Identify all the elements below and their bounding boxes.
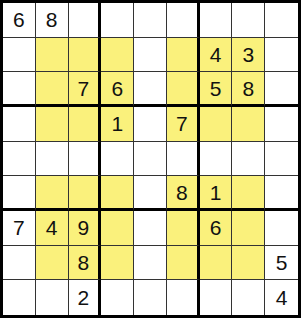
sudoku-cell-r6c4[interactable] (101, 176, 134, 211)
sudoku-cell-r5c7[interactable] (200, 142, 233, 177)
sudoku-cell-r3c2[interactable] (36, 72, 69, 107)
sudoku-cell-r9c7[interactable] (200, 280, 233, 315)
sudoku-cell-r3c6[interactable] (167, 72, 200, 107)
sudoku-cell-r1c3[interactable] (69, 3, 102, 38)
sudoku-cell-r4c6[interactable]: 7 (167, 107, 200, 142)
sudoku-cell-r6c8[interactable] (232, 176, 265, 211)
sudoku-cell-r3c9[interactable] (265, 72, 298, 107)
sudoku-cell-r4c1[interactable] (3, 107, 36, 142)
sudoku-cell-r9c5[interactable] (134, 280, 167, 315)
sudoku-cell-r4c8[interactable] (232, 107, 265, 142)
sudoku-cell-r6c7[interactable]: 1 (200, 176, 233, 211)
sudoku-cell-r6c6[interactable]: 8 (167, 176, 200, 211)
sudoku-cell-r1c2[interactable]: 8 (36, 3, 69, 38)
sudoku-cell-r7c3[interactable]: 9 (69, 211, 102, 246)
sudoku-cell-r2c5[interactable] (134, 38, 167, 73)
sudoku-cell-r1c5[interactable] (134, 3, 167, 38)
sudoku-cell-r9c3[interactable]: 2 (69, 280, 102, 315)
sudoku-cell-r8c2[interactable] (36, 246, 69, 281)
sudoku-cell-r5c4[interactable] (101, 142, 134, 177)
sudoku-cell-r4c4[interactable]: 1 (101, 107, 134, 142)
sudoku-cell-r1c4[interactable] (101, 3, 134, 38)
sudoku-cell-r9c8[interactable] (232, 280, 265, 315)
sudoku-cell-r3c8[interactable]: 8 (232, 72, 265, 107)
sudoku-cell-r9c1[interactable] (3, 280, 36, 315)
sudoku-cell-r5c8[interactable] (232, 142, 265, 177)
sudoku-cell-r2c9[interactable] (265, 38, 298, 73)
sudoku-cell-r1c8[interactable] (232, 3, 265, 38)
sudoku-cell-r2c4[interactable] (101, 38, 134, 73)
sudoku-cell-r5c5[interactable] (134, 142, 167, 177)
sudoku-cell-r6c5[interactable] (134, 176, 167, 211)
sudoku-cell-r8c8[interactable] (232, 246, 265, 281)
sudoku-cell-r3c3[interactable]: 7 (69, 72, 102, 107)
sudoku-cell-r9c6[interactable] (167, 280, 200, 315)
sudoku-cell-r3c1[interactable] (3, 72, 36, 107)
sudoku-cell-r4c7[interactable] (200, 107, 233, 142)
sudoku-cell-r7c2[interactable]: 4 (36, 211, 69, 246)
sudoku-cell-r9c4[interactable] (101, 280, 134, 315)
sudoku-cell-r7c6[interactable] (167, 211, 200, 246)
sudoku-cell-r6c1[interactable] (3, 176, 36, 211)
sudoku-cell-r4c3[interactable] (69, 107, 102, 142)
sudoku-cell-r7c9[interactable] (265, 211, 298, 246)
sudoku-cell-r3c7[interactable]: 5 (200, 72, 233, 107)
sudoku-cell-r1c6[interactable] (167, 3, 200, 38)
sudoku-cell-r2c7[interactable]: 4 (200, 38, 233, 73)
sudoku-cell-r8c6[interactable] (167, 246, 200, 281)
sudoku-cell-r5c2[interactable] (36, 142, 69, 177)
sudoku-cell-r6c2[interactable] (36, 176, 69, 211)
sudoku-cell-r6c3[interactable] (69, 176, 102, 211)
sudoku-cell-r1c9[interactable] (265, 3, 298, 38)
sudoku-cell-r7c1[interactable]: 7 (3, 211, 36, 246)
sudoku-cell-r1c7[interactable] (200, 3, 233, 38)
sudoku-cell-r8c1[interactable] (3, 246, 36, 281)
sudoku-cell-r5c1[interactable] (3, 142, 36, 177)
sudoku-cell-r7c8[interactable] (232, 211, 265, 246)
sudoku-cell-r9c9[interactable]: 4 (265, 280, 298, 315)
sudoku-cell-r4c2[interactable] (36, 107, 69, 142)
sudoku-cell-r7c7[interactable]: 6 (200, 211, 233, 246)
sudoku-cell-r4c9[interactable] (265, 107, 298, 142)
sudoku-cell-r7c4[interactable] (101, 211, 134, 246)
sudoku-cell-r2c6[interactable] (167, 38, 200, 73)
sudoku-cell-r8c3[interactable]: 8 (69, 246, 102, 281)
sudoku-cell-r5c3[interactable] (69, 142, 102, 177)
sudoku-cell-r1c1[interactable]: 6 (3, 3, 36, 38)
sudoku-cell-r8c4[interactable] (101, 246, 134, 281)
sudoku-board: 68437658178174968524 (0, 0, 301, 318)
sudoku-cell-r2c2[interactable] (36, 38, 69, 73)
sudoku-cell-r2c8[interactable]: 3 (232, 38, 265, 73)
sudoku-cell-r8c5[interactable] (134, 246, 167, 281)
sudoku-cell-r3c5[interactable] (134, 72, 167, 107)
sudoku-cell-r4c5[interactable] (134, 107, 167, 142)
sudoku-cell-r8c7[interactable] (200, 246, 233, 281)
sudoku-cell-r9c2[interactable] (36, 280, 69, 315)
sudoku-cell-r3c4[interactable]: 6 (101, 72, 134, 107)
sudoku-cell-r2c3[interactable] (69, 38, 102, 73)
sudoku-cell-r7c5[interactable] (134, 211, 167, 246)
sudoku-cell-r5c6[interactable] (167, 142, 200, 177)
sudoku-cell-r8c9[interactable]: 5 (265, 246, 298, 281)
sudoku-cell-r2c1[interactable] (3, 38, 36, 73)
sudoku-cell-r6c9[interactable] (265, 176, 298, 211)
sudoku-cell-r5c9[interactable] (265, 142, 298, 177)
